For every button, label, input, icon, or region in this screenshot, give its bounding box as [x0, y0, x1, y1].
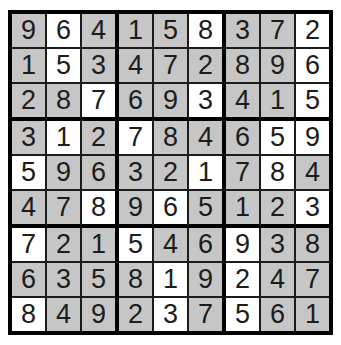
sudoku-cell-r6c3[interactable]: 8 [82, 191, 119, 228]
sudoku-cell-r6c1[interactable]: 4 [12, 191, 47, 228]
sudoku-cell-r2c1[interactable]: 1 [12, 49, 47, 84]
sudoku-cell-r4c6[interactable]: 4 [189, 121, 226, 156]
sudoku-cell-r3c1[interactable]: 2 [12, 84, 47, 121]
sudoku-cell-r1c2[interactable]: 6 [47, 14, 82, 49]
sudoku-cell-r6c6[interactable]: 5 [189, 191, 226, 228]
sudoku-cell-r7c6[interactable]: 6 [189, 228, 226, 263]
sudoku-cell-r9c9[interactable]: 1 [296, 298, 329, 331]
sudoku-cell-r5c6[interactable]: 1 [189, 156, 226, 191]
sudoku-cell-r8c8[interactable]: 4 [261, 263, 296, 298]
sudoku-cell-r2c9[interactable]: 6 [296, 49, 329, 84]
sudoku-cell-r7c3[interactable]: 1 [82, 228, 119, 263]
sudoku-cell-r2c8[interactable]: 9 [261, 49, 296, 84]
sudoku-cell-r9c3[interactable]: 9 [82, 298, 119, 331]
sudoku-cell-r6c7[interactable]: 1 [226, 191, 261, 228]
sudoku-cell-r1c3[interactable]: 4 [82, 14, 119, 49]
sudoku-cell-r9c6[interactable]: 7 [189, 298, 226, 331]
sudoku-cell-r3c2[interactable]: 8 [47, 84, 82, 121]
sudoku-cell-r2c4[interactable]: 4 [119, 49, 154, 84]
sudoku-cell-r1c6[interactable]: 8 [189, 14, 226, 49]
sudoku-cell-r5c9[interactable]: 4 [296, 156, 329, 191]
sudoku-cell-r8c7[interactable]: 2 [226, 263, 261, 298]
sudoku-cell-r1c7[interactable]: 3 [226, 14, 261, 49]
sudoku-cell-r1c4[interactable]: 1 [119, 14, 154, 49]
sudoku-cell-r7c5[interactable]: 4 [154, 228, 189, 263]
sudoku-cell-r3c5[interactable]: 9 [154, 84, 189, 121]
sudoku-cell-r3c3[interactable]: 7 [82, 84, 119, 121]
sudoku-cell-r8c2[interactable]: 3 [47, 263, 82, 298]
sudoku-cell-r2c6[interactable]: 2 [189, 49, 226, 84]
sudoku-cell-r7c9[interactable]: 8 [296, 228, 329, 263]
sudoku-cell-r3c7[interactable]: 4 [226, 84, 261, 121]
sudoku-cell-r6c2[interactable]: 7 [47, 191, 82, 228]
sudoku-cell-r8c6[interactable]: 9 [189, 263, 226, 298]
sudoku-cell-r3c6[interactable]: 3 [189, 84, 226, 121]
sudoku-cell-r6c8[interactable]: 2 [261, 191, 296, 228]
sudoku-cell-r2c5[interactable]: 7 [154, 49, 189, 84]
sudoku-cell-r7c4[interactable]: 5 [119, 228, 154, 263]
sudoku-cell-r8c9[interactable]: 7 [296, 263, 329, 298]
sudoku-cell-r4c2[interactable]: 1 [47, 121, 82, 156]
sudoku-cell-r9c2[interactable]: 4 [47, 298, 82, 331]
sudoku-cell-r5c2[interactable]: 9 [47, 156, 82, 191]
sudoku-cell-r5c8[interactable]: 8 [261, 156, 296, 191]
sudoku-cell-r1c1[interactable]: 9 [12, 14, 47, 49]
sudoku-cell-r7c2[interactable]: 2 [47, 228, 82, 263]
sudoku-cell-r4c1[interactable]: 3 [12, 121, 47, 156]
sudoku-cell-r3c8[interactable]: 1 [261, 84, 296, 121]
sudoku-cell-r5c5[interactable]: 2 [154, 156, 189, 191]
sudoku-cell-r2c3[interactable]: 3 [82, 49, 119, 84]
sudoku-cell-r1c8[interactable]: 7 [261, 14, 296, 49]
sudoku-cell-r5c3[interactable]: 6 [82, 156, 119, 191]
sudoku-cell-r4c3[interactable]: 2 [82, 121, 119, 156]
sudoku-cell-r4c4[interactable]: 7 [119, 121, 154, 156]
sudoku-cell-r7c1[interactable]: 7 [12, 228, 47, 263]
sudoku-cell-r6c9[interactable]: 3 [296, 191, 329, 228]
sudoku-cell-r1c9[interactable]: 2 [296, 14, 329, 49]
sudoku-cell-r8c4[interactable]: 8 [119, 263, 154, 298]
sudoku-cell-r7c7[interactable]: 9 [226, 228, 261, 263]
sudoku-cell-r8c5[interactable]: 1 [154, 263, 189, 298]
sudoku-cell-r9c7[interactable]: 5 [226, 298, 261, 331]
sudoku-cell-r6c4[interactable]: 9 [119, 191, 154, 228]
sudoku-cell-r5c7[interactable]: 7 [226, 156, 261, 191]
sudoku-cell-r3c4[interactable]: 6 [119, 84, 154, 121]
sudoku-cell-r9c1[interactable]: 8 [12, 298, 47, 331]
sudoku-cell-r8c1[interactable]: 6 [12, 263, 47, 298]
sudoku-cell-r1c5[interactable]: 5 [154, 14, 189, 49]
sudoku-cell-r3c9[interactable]: 5 [296, 84, 329, 121]
sudoku-cell-r6c5[interactable]: 6 [154, 191, 189, 228]
sudoku-cell-r9c8[interactable]: 6 [261, 298, 296, 331]
sudoku-cell-r4c5[interactable]: 8 [154, 121, 189, 156]
sudoku-cell-r5c1[interactable]: 5 [12, 156, 47, 191]
sudoku-cell-r9c5[interactable]: 3 [154, 298, 189, 331]
sudoku-cell-r4c8[interactable]: 5 [261, 121, 296, 156]
sudoku-cell-r2c2[interactable]: 5 [47, 49, 82, 84]
sudoku-cell-r9c4[interactable]: 2 [119, 298, 154, 331]
sudoku-cell-r4c9[interactable]: 9 [296, 121, 329, 156]
sudoku-board: 9641583721534728962876934153127846595963… [8, 10, 333, 335]
sudoku-cell-r7c8[interactable]: 3 [261, 228, 296, 263]
sudoku-cell-r4c7[interactable]: 6 [226, 121, 261, 156]
sudoku-cell-r8c3[interactable]: 5 [82, 263, 119, 298]
sudoku-board-wrapper: 9641583721534728962876934153127846595963… [8, 10, 333, 335]
sudoku-cell-r5c4[interactable]: 3 [119, 156, 154, 191]
sudoku-cell-r2c7[interactable]: 8 [226, 49, 261, 84]
